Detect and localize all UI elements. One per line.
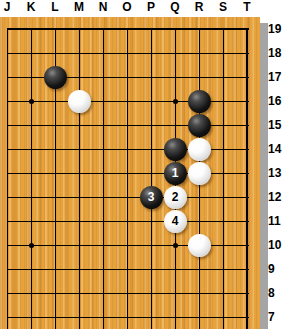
grid-hline-11 <box>7 221 249 222</box>
column-label-Q: Q <box>165 0 185 16</box>
move-number-label: 4 <box>172 214 179 228</box>
row-label-10: 10 <box>268 237 284 253</box>
column-label-L: L <box>45 0 65 16</box>
grid-hline-12 <box>7 197 249 198</box>
stone-white-Q11[interactable]: 4 <box>164 210 187 233</box>
grid-vline-M <box>79 28 80 329</box>
row-label-16: 16 <box>268 93 284 109</box>
grid-hline-13 <box>7 173 249 174</box>
row-label-7: 7 <box>268 309 284 325</box>
column-label-O: O <box>117 0 137 16</box>
grid-hline-7 <box>7 317 249 318</box>
grid-vline-O <box>127 28 128 329</box>
stone-black-R16[interactable] <box>188 90 211 113</box>
grid-hline-14 <box>7 149 249 150</box>
row-label-9: 9 <box>268 261 284 277</box>
row-label-13: 13 <box>268 165 284 181</box>
stone-black-P12[interactable]: 3 <box>140 186 163 209</box>
grid-vline-N <box>103 28 104 329</box>
column-label-P: P <box>141 0 161 16</box>
row-label-14: 14 <box>268 141 284 157</box>
grid-hline-9 <box>7 269 249 270</box>
move-number-label: 2 <box>172 190 179 204</box>
grid-vline-K <box>31 28 32 329</box>
stone-white-R13[interactable] <box>188 162 211 185</box>
stone-white-R14[interactable] <box>188 138 211 161</box>
stone-white-Q12[interactable]: 2 <box>164 186 187 209</box>
column-label-S: S <box>213 0 233 16</box>
row-label-11: 11 <box>268 213 284 229</box>
grid-vline-T <box>246 28 248 329</box>
grid-vline-S <box>223 28 224 329</box>
column-label-N: N <box>93 0 113 16</box>
grid-vline-P <box>151 28 152 329</box>
grid-hline-15 <box>7 125 249 126</box>
column-label-K: K <box>21 0 41 16</box>
row-label-15: 15 <box>268 117 284 133</box>
column-label-T: T <box>237 0 257 16</box>
move-number-label: 3 <box>148 190 155 204</box>
star-point-K10 <box>29 243 34 248</box>
move-number-label: 1 <box>172 166 179 180</box>
grid-hline-19 <box>7 28 249 30</box>
star-point-Q10 <box>173 243 178 248</box>
grid-vline-J <box>7 28 8 329</box>
stone-white-M16[interactable] <box>68 90 91 113</box>
grid-hline-10 <box>7 245 249 246</box>
row-label-8: 8 <box>268 285 284 301</box>
row-label-18: 18 <box>268 45 284 61</box>
stone-black-Q14[interactable] <box>164 138 187 161</box>
grid-hline-8 <box>7 293 249 294</box>
stone-white-R10[interactable] <box>188 234 211 257</box>
go-diagram-page: 1324 JKLMNOPQRST19181716151413121110987 <box>0 0 284 329</box>
row-label-19: 19 <box>268 21 284 37</box>
column-label-J: J <box>0 0 17 16</box>
stone-black-L17[interactable] <box>44 66 67 89</box>
stone-black-Q13[interactable]: 1 <box>164 162 187 185</box>
row-label-17: 17 <box>268 69 284 85</box>
star-point-Q16 <box>173 99 178 104</box>
grid-hline-18 <box>7 53 249 54</box>
column-label-M: M <box>69 0 89 16</box>
column-label-R: R <box>189 0 209 16</box>
stone-black-R15[interactable] <box>188 114 211 137</box>
grid-hline-16 <box>7 101 249 102</box>
row-label-12: 12 <box>268 189 284 205</box>
board-shadow <box>259 23 268 329</box>
star-point-K16 <box>29 99 34 104</box>
go-board[interactable]: 1324 <box>0 17 260 329</box>
